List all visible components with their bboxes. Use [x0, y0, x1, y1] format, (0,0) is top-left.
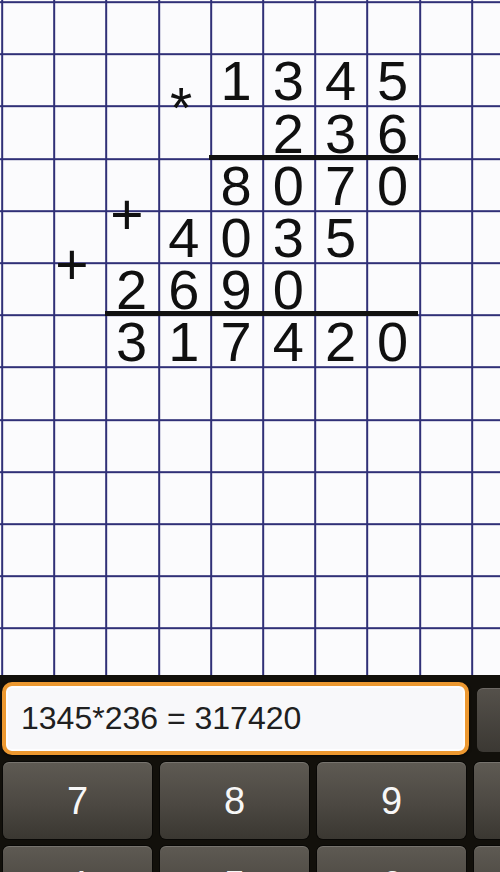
- sum-rule: [209, 155, 418, 160]
- digit-cell-1: 1: [210, 53, 262, 105]
- digit-cell-2: 2: [314, 314, 366, 366]
- expression-input[interactable]: 1345*236 = 317420: [2, 682, 469, 755]
- digit-cell-0: 0: [367, 158, 419, 210]
- key-5[interactable]: 5: [160, 846, 309, 872]
- multiply-sign: *: [170, 80, 192, 137]
- app-screen: 1345236807040352690317420*++ 1345*236 = …: [0, 0, 500, 872]
- digit-cell-1: 1: [158, 314, 210, 366]
- digit-cell-7: 7: [210, 314, 262, 366]
- digit-cell-0: 0: [262, 262, 314, 314]
- digit-cell-2: 2: [262, 106, 314, 158]
- digit-cell-4: 4: [314, 53, 366, 105]
- digit-cell-5: 5: [314, 210, 366, 262]
- key-4[interactable]: 4: [3, 846, 152, 872]
- digit-cell-3: 3: [106, 314, 158, 366]
- digit-cell-4: 4: [158, 210, 210, 262]
- digit-cell-8: 8: [210, 158, 262, 210]
- digit-cell-6: 6: [158, 262, 210, 314]
- digit-cell-0: 0: [210, 210, 262, 262]
- plus-sign: +: [55, 236, 88, 293]
- side-key-partial[interactable]: [477, 688, 500, 752]
- digit-cell-6: 6: [367, 106, 419, 158]
- digit-cell-3: 3: [262, 210, 314, 262]
- digit-cell-5: 5: [367, 53, 419, 105]
- key-9[interactable]: 9: [317, 762, 466, 839]
- calculator-panel: 1345*236 = 317420 789456: [0, 675, 500, 872]
- digit-cell-3: 3: [314, 106, 366, 158]
- digit-cell-4: 4: [262, 314, 314, 366]
- squared-paper-worksheet: 1345236807040352690317420*++: [0, 0, 500, 675]
- expression-text: 1345*236 = 317420: [21, 700, 301, 737]
- sum-rule: [105, 311, 418, 316]
- digit-cell-7: 7: [314, 158, 366, 210]
- key-8[interactable]: 8: [160, 762, 309, 839]
- digit-cell-3: 3: [262, 53, 314, 105]
- key-partial[interactable]: [474, 762, 500, 839]
- key-6[interactable]: 6: [317, 846, 466, 872]
- digit-cell-2: 2: [106, 262, 158, 314]
- key-partial[interactable]: [474, 846, 500, 872]
- digit-cell-0: 0: [367, 314, 419, 366]
- plus-sign: +: [110, 186, 143, 243]
- digit-cell-0: 0: [262, 158, 314, 210]
- digit-cell-9: 9: [210, 262, 262, 314]
- key-7[interactable]: 7: [3, 762, 152, 839]
